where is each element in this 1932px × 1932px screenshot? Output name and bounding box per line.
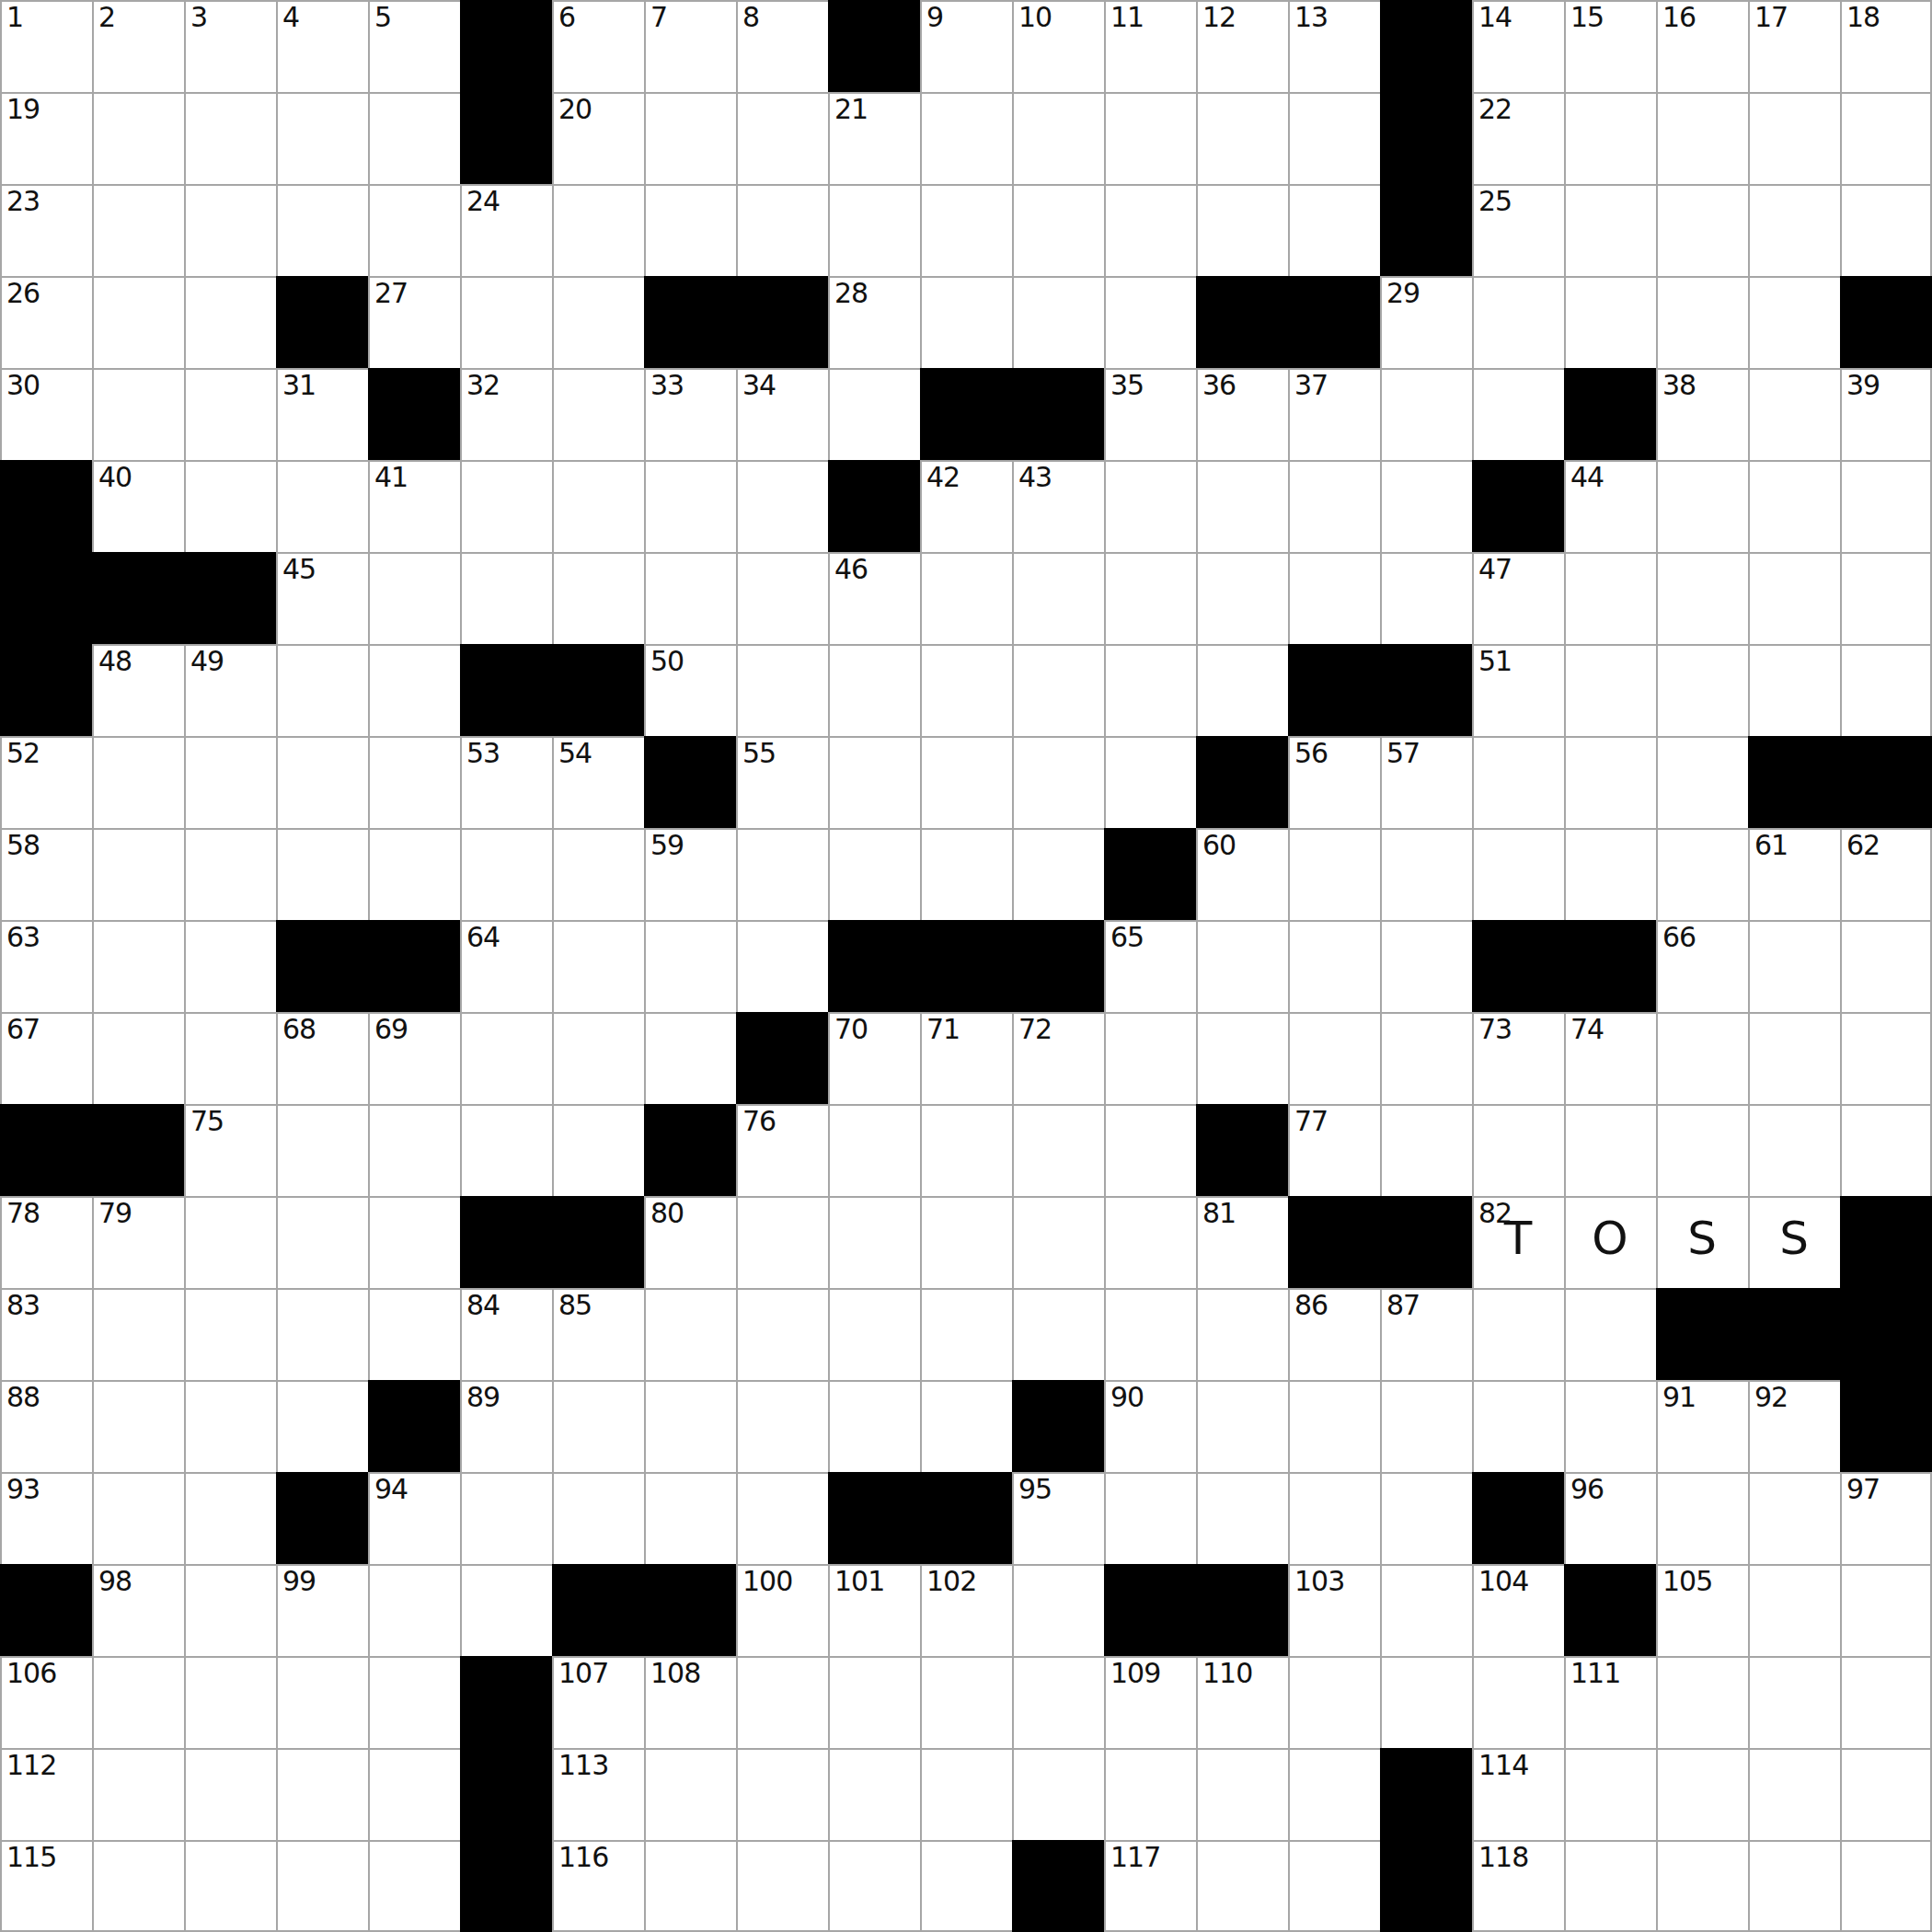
cell-r9c11[interactable] <box>920 736 1012 828</box>
cell-r13c11[interactable] <box>920 1104 1012 1196</box>
cell-r14c9[interactable] <box>736 1196 828 1288</box>
cell-r11c15[interactable] <box>1288 920 1380 1012</box>
cell-r9c9[interactable]: 55 <box>736 736 828 828</box>
cell-r1c18[interactable]: 15 <box>1564 0 1656 92</box>
cell-r1c15[interactable]: 13 <box>1288 0 1380 92</box>
cell-r5c13[interactable]: 35 <box>1104 368 1196 460</box>
cell-r9c5[interactable] <box>368 736 460 828</box>
cell-r6c9[interactable] <box>736 460 828 552</box>
cell-r21c9[interactable] <box>736 1840 828 1932</box>
cell-r20c8[interactable] <box>644 1748 736 1840</box>
cell-r1c7[interactable]: 6 <box>552 0 644 92</box>
cell-r11c13[interactable]: 65 <box>1104 920 1196 1012</box>
cell-r12c19[interactable] <box>1656 1012 1748 1104</box>
cell-r2c5[interactable] <box>368 92 460 184</box>
cell-r19c12[interactable] <box>1012 1656 1104 1748</box>
cell-r20c5[interactable] <box>368 1748 460 1840</box>
cell-r14c1[interactable]: 78 <box>0 1196 92 1288</box>
cell-r18c2[interactable]: 98 <box>92 1564 184 1656</box>
cell-r17c14[interactable] <box>1196 1472 1288 1564</box>
cell-r18c16[interactable] <box>1380 1564 1472 1656</box>
cell-r7c7[interactable] <box>552 552 644 644</box>
cell-r17c21[interactable]: 97 <box>1840 1472 1932 1564</box>
cell-r19c5[interactable] <box>368 1656 460 1748</box>
cell-r5c17[interactable] <box>1472 368 1564 460</box>
cell-r13c3[interactable]: 75 <box>184 1104 276 1196</box>
cell-r21c20[interactable] <box>1748 1840 1840 1932</box>
cell-r9c4[interactable] <box>276 736 368 828</box>
cell-r5c8[interactable]: 33 <box>644 368 736 460</box>
cell-r10c12[interactable] <box>1012 828 1104 920</box>
cell-r8c13[interactable] <box>1104 644 1196 736</box>
cell-r17c1[interactable]: 93 <box>0 1472 92 1564</box>
cell-r16c9[interactable] <box>736 1380 828 1472</box>
cell-r19c20[interactable] <box>1748 1656 1840 1748</box>
cell-r18c20[interactable] <box>1748 1564 1840 1656</box>
cell-r4c12[interactable] <box>1012 276 1104 368</box>
cell-r6c2[interactable]: 40 <box>92 460 184 552</box>
cell-r13c13[interactable] <box>1104 1104 1196 1196</box>
cell-r17c13[interactable] <box>1104 1472 1196 1564</box>
cell-r10c16[interactable] <box>1380 828 1472 920</box>
cell-r8c2[interactable]: 48 <box>92 644 184 736</box>
cell-r5c16[interactable] <box>1380 368 1472 460</box>
cell-r16c1[interactable]: 88 <box>0 1380 92 1472</box>
cell-r21c21[interactable] <box>1840 1840 1932 1932</box>
cell-r16c3[interactable] <box>184 1380 276 1472</box>
cell-r2c10[interactable]: 21 <box>828 92 920 184</box>
cell-r7c9[interactable] <box>736 552 828 644</box>
cell-r4c6[interactable] <box>460 276 552 368</box>
cell-r6c20[interactable] <box>1748 460 1840 552</box>
cell-r20c9[interactable] <box>736 1748 828 1840</box>
cell-r17c2[interactable] <box>92 1472 184 1564</box>
cell-r12c15[interactable] <box>1288 1012 1380 1104</box>
cell-r3c5[interactable] <box>368 184 460 276</box>
cell-r1c1[interactable]: 1 <box>0 0 92 92</box>
cell-r3c18[interactable] <box>1564 184 1656 276</box>
cell-r6c3[interactable] <box>184 460 276 552</box>
cell-r5c19[interactable]: 38 <box>1656 368 1748 460</box>
cell-r8c9[interactable] <box>736 644 828 736</box>
cell-r18c3[interactable] <box>184 1564 276 1656</box>
cell-r12c6[interactable] <box>460 1012 552 1104</box>
cell-r15c6[interactable]: 84 <box>460 1288 552 1380</box>
cell-r10c21[interactable]: 62 <box>1840 828 1932 920</box>
cell-r5c9[interactable]: 34 <box>736 368 828 460</box>
cell-r3c7[interactable] <box>552 184 644 276</box>
cell-r19c14[interactable]: 110 <box>1196 1656 1288 1748</box>
cell-r14c2[interactable]: 79 <box>92 1196 184 1288</box>
cell-r13c5[interactable] <box>368 1104 460 1196</box>
cell-r6c21[interactable] <box>1840 460 1932 552</box>
cell-r19c11[interactable] <box>920 1656 1012 1748</box>
cell-r12c14[interactable] <box>1196 1012 1288 1104</box>
cell-r18c11[interactable]: 102 <box>920 1564 1012 1656</box>
cell-r13c16[interactable] <box>1380 1104 1472 1196</box>
cell-r15c10[interactable] <box>828 1288 920 1380</box>
cell-r9c6[interactable]: 53 <box>460 736 552 828</box>
cell-r4c7[interactable] <box>552 276 644 368</box>
cell-r20c4[interactable] <box>276 1748 368 1840</box>
cell-r10c15[interactable] <box>1288 828 1380 920</box>
cell-r3c6[interactable]: 24 <box>460 184 552 276</box>
cell-r19c8[interactable]: 108 <box>644 1656 736 1748</box>
cell-r15c18[interactable] <box>1564 1288 1656 1380</box>
cell-r20c18[interactable] <box>1564 1748 1656 1840</box>
cell-r3c20[interactable] <box>1748 184 1840 276</box>
cell-r14c3[interactable] <box>184 1196 276 1288</box>
cell-r7c11[interactable] <box>920 552 1012 644</box>
cell-r12c16[interactable] <box>1380 1012 1472 1104</box>
cell-r10c7[interactable] <box>552 828 644 920</box>
cell-r3c8[interactable] <box>644 184 736 276</box>
cell-r8c17[interactable]: 51 <box>1472 644 1564 736</box>
cell-r19c21[interactable] <box>1840 1656 1932 1748</box>
cell-r2c3[interactable] <box>184 92 276 184</box>
cell-r2c18[interactable] <box>1564 92 1656 184</box>
cell-r3c17[interactable]: 25 <box>1472 184 1564 276</box>
cell-r1c13[interactable]: 11 <box>1104 0 1196 92</box>
cell-r2c14[interactable] <box>1196 92 1288 184</box>
cell-r3c3[interactable] <box>184 184 276 276</box>
cell-r15c13[interactable] <box>1104 1288 1196 1380</box>
cell-r13c15[interactable]: 77 <box>1288 1104 1380 1196</box>
cell-r10c10[interactable] <box>828 828 920 920</box>
cell-r13c21[interactable] <box>1840 1104 1932 1196</box>
cell-r16c7[interactable] <box>552 1380 644 1472</box>
cell-r6c8[interactable] <box>644 460 736 552</box>
cell-r21c18[interactable] <box>1564 1840 1656 1932</box>
cell-r18c15[interactable]: 103 <box>1288 1564 1380 1656</box>
cell-r11c21[interactable] <box>1840 920 1932 1012</box>
cell-r10c5[interactable] <box>368 828 460 920</box>
cell-r21c10[interactable] <box>828 1840 920 1932</box>
cell-r9c10[interactable] <box>828 736 920 828</box>
cell-r14c19[interactable]: S <box>1656 1196 1748 1288</box>
cell-r12c17[interactable]: 73 <box>1472 1012 1564 1104</box>
cell-r7c17[interactable]: 47 <box>1472 552 1564 644</box>
cell-r6c15[interactable] <box>1288 460 1380 552</box>
cell-r11c20[interactable] <box>1748 920 1840 1012</box>
cell-r12c8[interactable] <box>644 1012 736 1104</box>
cell-r6c13[interactable] <box>1104 460 1196 552</box>
cell-r17c8[interactable] <box>644 1472 736 1564</box>
cell-r17c7[interactable] <box>552 1472 644 1564</box>
cell-r11c14[interactable] <box>1196 920 1288 1012</box>
cell-r1c21[interactable]: 18 <box>1840 0 1932 92</box>
cell-r21c8[interactable] <box>644 1840 736 1932</box>
cell-r14c10[interactable] <box>828 1196 920 1288</box>
cell-r2c17[interactable]: 22 <box>1472 92 1564 184</box>
cell-r21c11[interactable] <box>920 1840 1012 1932</box>
cell-r3c19[interactable] <box>1656 184 1748 276</box>
cell-r8c18[interactable] <box>1564 644 1656 736</box>
cell-r19c18[interactable]: 111 <box>1564 1656 1656 1748</box>
cell-r13c6[interactable] <box>460 1104 552 1196</box>
cell-r2c13[interactable] <box>1104 92 1196 184</box>
cell-r12c3[interactable] <box>184 1012 276 1104</box>
cell-r19c1[interactable]: 106 <box>0 1656 92 1748</box>
cell-r13c7[interactable] <box>552 1104 644 1196</box>
cell-r9c2[interactable] <box>92 736 184 828</box>
cell-r7c19[interactable] <box>1656 552 1748 644</box>
cell-r14c12[interactable] <box>1012 1196 1104 1288</box>
cell-r13c18[interactable] <box>1564 1104 1656 1196</box>
cell-r18c17[interactable]: 104 <box>1472 1564 1564 1656</box>
cell-r21c5[interactable] <box>368 1840 460 1932</box>
cell-r19c9[interactable] <box>736 1656 828 1748</box>
cell-r14c18[interactable]: O <box>1564 1196 1656 1288</box>
cell-r9c17[interactable] <box>1472 736 1564 828</box>
cell-r6c4[interactable] <box>276 460 368 552</box>
cell-r21c4[interactable] <box>276 1840 368 1932</box>
cell-r5c6[interactable]: 32 <box>460 368 552 460</box>
cell-r7c8[interactable] <box>644 552 736 644</box>
cell-r9c13[interactable] <box>1104 736 1196 828</box>
cell-r18c4[interactable]: 99 <box>276 1564 368 1656</box>
cell-r7c10[interactable]: 46 <box>828 552 920 644</box>
cell-r15c3[interactable] <box>184 1288 276 1380</box>
cell-r14c8[interactable]: 80 <box>644 1196 736 1288</box>
cell-r5c7[interactable] <box>552 368 644 460</box>
cell-r21c17[interactable]: 118 <box>1472 1840 1564 1932</box>
cell-r14c5[interactable] <box>368 1196 460 1288</box>
cell-r17c9[interactable] <box>736 1472 828 1564</box>
cell-r5c15[interactable]: 37 <box>1288 368 1380 460</box>
cell-r1c19[interactable]: 16 <box>1656 0 1748 92</box>
cell-r20c13[interactable] <box>1104 1748 1196 1840</box>
cell-r6c19[interactable] <box>1656 460 1748 552</box>
cell-r16c2[interactable] <box>92 1380 184 1472</box>
cell-r15c7[interactable]: 85 <box>552 1288 644 1380</box>
cell-r8c5[interactable] <box>368 644 460 736</box>
cell-r12c11[interactable]: 71 <box>920 1012 1012 1104</box>
cell-r12c7[interactable] <box>552 1012 644 1104</box>
cell-r1c12[interactable]: 10 <box>1012 0 1104 92</box>
cell-r21c19[interactable] <box>1656 1840 1748 1932</box>
cell-r5c10[interactable] <box>828 368 920 460</box>
cell-r15c17[interactable] <box>1472 1288 1564 1380</box>
cell-r5c2[interactable] <box>92 368 184 460</box>
cell-r20c10[interactable] <box>828 1748 920 1840</box>
cell-r12c4[interactable]: 68 <box>276 1012 368 1104</box>
cell-r9c18[interactable] <box>1564 736 1656 828</box>
cell-r6c18[interactable]: 44 <box>1564 460 1656 552</box>
cell-r13c19[interactable] <box>1656 1104 1748 1196</box>
cell-r4c10[interactable]: 28 <box>828 276 920 368</box>
cell-r15c5[interactable] <box>368 1288 460 1380</box>
cell-r14c11[interactable] <box>920 1196 1012 1288</box>
cell-r16c18[interactable] <box>1564 1380 1656 1472</box>
cell-r5c21[interactable]: 39 <box>1840 368 1932 460</box>
cell-r12c18[interactable]: 74 <box>1564 1012 1656 1104</box>
cell-r13c4[interactable] <box>276 1104 368 1196</box>
cell-r1c5[interactable]: 5 <box>368 0 460 92</box>
cell-r3c1[interactable]: 23 <box>0 184 92 276</box>
cell-r3c21[interactable] <box>1840 184 1932 276</box>
cell-r10c6[interactable] <box>460 828 552 920</box>
cell-r21c15[interactable] <box>1288 1840 1380 1932</box>
cell-r7c18[interactable] <box>1564 552 1656 644</box>
cell-r11c9[interactable] <box>736 920 828 1012</box>
cell-r5c14[interactable]: 36 <box>1196 368 1288 460</box>
cell-r8c19[interactable] <box>1656 644 1748 736</box>
cell-r2c7[interactable]: 20 <box>552 92 644 184</box>
cell-r18c21[interactable] <box>1840 1564 1932 1656</box>
cell-r4c18[interactable] <box>1564 276 1656 368</box>
cell-r21c13[interactable]: 117 <box>1104 1840 1196 1932</box>
cell-r15c15[interactable]: 86 <box>1288 1288 1380 1380</box>
cell-r16c10[interactable] <box>828 1380 920 1472</box>
cell-r7c14[interactable] <box>1196 552 1288 644</box>
cell-r1c2[interactable]: 2 <box>92 0 184 92</box>
cell-r10c8[interactable]: 59 <box>644 828 736 920</box>
cell-r2c15[interactable] <box>1288 92 1380 184</box>
cell-r17c20[interactable] <box>1748 1472 1840 1564</box>
cell-r3c10[interactable] <box>828 184 920 276</box>
cell-r15c16[interactable]: 87 <box>1380 1288 1472 1380</box>
cell-r7c16[interactable] <box>1380 552 1472 644</box>
cell-r5c20[interactable] <box>1748 368 1840 460</box>
cell-r1c14[interactable]: 12 <box>1196 0 1288 92</box>
cell-r16c4[interactable] <box>276 1380 368 1472</box>
cell-r5c1[interactable]: 30 <box>0 368 92 460</box>
cell-r21c7[interactable]: 116 <box>552 1840 644 1932</box>
cell-r12c13[interactable] <box>1104 1012 1196 1104</box>
cell-r20c15[interactable] <box>1288 1748 1380 1840</box>
cell-r11c7[interactable] <box>552 920 644 1012</box>
cell-r15c8[interactable] <box>644 1288 736 1380</box>
cell-r19c17[interactable] <box>1472 1656 1564 1748</box>
cell-r11c16[interactable] <box>1380 920 1472 1012</box>
cell-r18c12[interactable] <box>1012 1564 1104 1656</box>
cell-r13c17[interactable] <box>1472 1104 1564 1196</box>
cell-r2c19[interactable] <box>1656 92 1748 184</box>
cell-r21c1[interactable]: 115 <box>0 1840 92 1932</box>
cell-r4c19[interactable] <box>1656 276 1748 368</box>
cell-r17c16[interactable] <box>1380 1472 1472 1564</box>
cell-r20c7[interactable]: 113 <box>552 1748 644 1840</box>
cell-r20c21[interactable] <box>1840 1748 1932 1840</box>
cell-r16c8[interactable] <box>644 1380 736 1472</box>
cell-r7c5[interactable] <box>368 552 460 644</box>
cell-r19c15[interactable] <box>1288 1656 1380 1748</box>
cell-r1c8[interactable]: 7 <box>644 0 736 92</box>
cell-r12c12[interactable]: 72 <box>1012 1012 1104 1104</box>
cell-r2c9[interactable] <box>736 92 828 184</box>
cell-r14c13[interactable] <box>1104 1196 1196 1288</box>
cell-r3c14[interactable] <box>1196 184 1288 276</box>
cell-r19c10[interactable] <box>828 1656 920 1748</box>
cell-r6c16[interactable] <box>1380 460 1472 552</box>
cell-r12c2[interactable] <box>92 1012 184 1104</box>
cell-r7c21[interactable] <box>1840 552 1932 644</box>
cell-r11c1[interactable]: 63 <box>0 920 92 1012</box>
cell-r14c4[interactable] <box>276 1196 368 1288</box>
cell-r6c12[interactable]: 43 <box>1012 460 1104 552</box>
cell-r11c19[interactable]: 66 <box>1656 920 1748 1012</box>
cell-r1c9[interactable]: 8 <box>736 0 828 92</box>
cell-r7c4[interactable]: 45 <box>276 552 368 644</box>
cell-r18c6[interactable] <box>460 1564 552 1656</box>
cell-r8c8[interactable]: 50 <box>644 644 736 736</box>
cell-r2c1[interactable]: 19 <box>0 92 92 184</box>
cell-r18c19[interactable]: 105 <box>1656 1564 1748 1656</box>
cell-r2c4[interactable] <box>276 92 368 184</box>
cell-r13c12[interactable] <box>1012 1104 1104 1196</box>
cell-r15c4[interactable] <box>276 1288 368 1380</box>
cell-r10c9[interactable] <box>736 828 828 920</box>
cell-r10c3[interactable] <box>184 828 276 920</box>
cell-r10c2[interactable] <box>92 828 184 920</box>
cell-r15c9[interactable] <box>736 1288 828 1380</box>
cell-r15c2[interactable] <box>92 1288 184 1380</box>
cell-r11c6[interactable]: 64 <box>460 920 552 1012</box>
cell-r6c5[interactable]: 41 <box>368 460 460 552</box>
cell-r2c2[interactable] <box>92 92 184 184</box>
cell-r13c10[interactable] <box>828 1104 920 1196</box>
cell-r15c14[interactable] <box>1196 1288 1288 1380</box>
cell-r16c11[interactable] <box>920 1380 1012 1472</box>
cell-r9c3[interactable] <box>184 736 276 828</box>
cell-r17c5[interactable]: 94 <box>368 1472 460 1564</box>
cell-r4c2[interactable] <box>92 276 184 368</box>
cell-r20c17[interactable]: 114 <box>1472 1748 1564 1840</box>
cell-r19c4[interactable] <box>276 1656 368 1748</box>
cell-r8c21[interactable] <box>1840 644 1932 736</box>
cell-r10c14[interactable]: 60 <box>1196 828 1288 920</box>
cell-r7c12[interactable] <box>1012 552 1104 644</box>
cell-r3c4[interactable] <box>276 184 368 276</box>
cell-r3c9[interactable] <box>736 184 828 276</box>
cell-r4c17[interactable] <box>1472 276 1564 368</box>
cell-r4c3[interactable] <box>184 276 276 368</box>
cell-r8c20[interactable] <box>1748 644 1840 736</box>
cell-r17c3[interactable] <box>184 1472 276 1564</box>
cell-r9c16[interactable]: 57 <box>1380 736 1472 828</box>
cell-r13c20[interactable] <box>1748 1104 1840 1196</box>
cell-r7c20[interactable] <box>1748 552 1840 644</box>
cell-r4c20[interactable] <box>1748 276 1840 368</box>
cell-r10c18[interactable] <box>1564 828 1656 920</box>
cell-r16c15[interactable] <box>1288 1380 1380 1472</box>
cell-r16c17[interactable] <box>1472 1380 1564 1472</box>
cell-r6c7[interactable] <box>552 460 644 552</box>
cell-r6c6[interactable] <box>460 460 552 552</box>
cell-r19c2[interactable] <box>92 1656 184 1748</box>
cell-r1c3[interactable]: 3 <box>184 0 276 92</box>
cell-r20c19[interactable] <box>1656 1748 1748 1840</box>
cell-r15c1[interactable]: 83 <box>0 1288 92 1380</box>
cell-r18c9[interactable]: 100 <box>736 1564 828 1656</box>
cell-r16c20[interactable]: 92 <box>1748 1380 1840 1472</box>
cell-r18c10[interactable]: 101 <box>828 1564 920 1656</box>
cell-r11c3[interactable] <box>184 920 276 1012</box>
cell-r11c2[interactable] <box>92 920 184 1012</box>
cell-r12c21[interactable] <box>1840 1012 1932 1104</box>
cell-r1c11[interactable]: 9 <box>920 0 1012 92</box>
cell-r9c12[interactable] <box>1012 736 1104 828</box>
cell-r6c14[interactable] <box>1196 460 1288 552</box>
cell-r9c19[interactable] <box>1656 736 1748 828</box>
cell-r3c13[interactable] <box>1104 184 1196 276</box>
cell-r4c13[interactable] <box>1104 276 1196 368</box>
cell-r3c15[interactable] <box>1288 184 1380 276</box>
cell-r7c6[interactable] <box>460 552 552 644</box>
cell-r8c12[interactable] <box>1012 644 1104 736</box>
cell-r14c20[interactable]: S <box>1748 1196 1840 1288</box>
